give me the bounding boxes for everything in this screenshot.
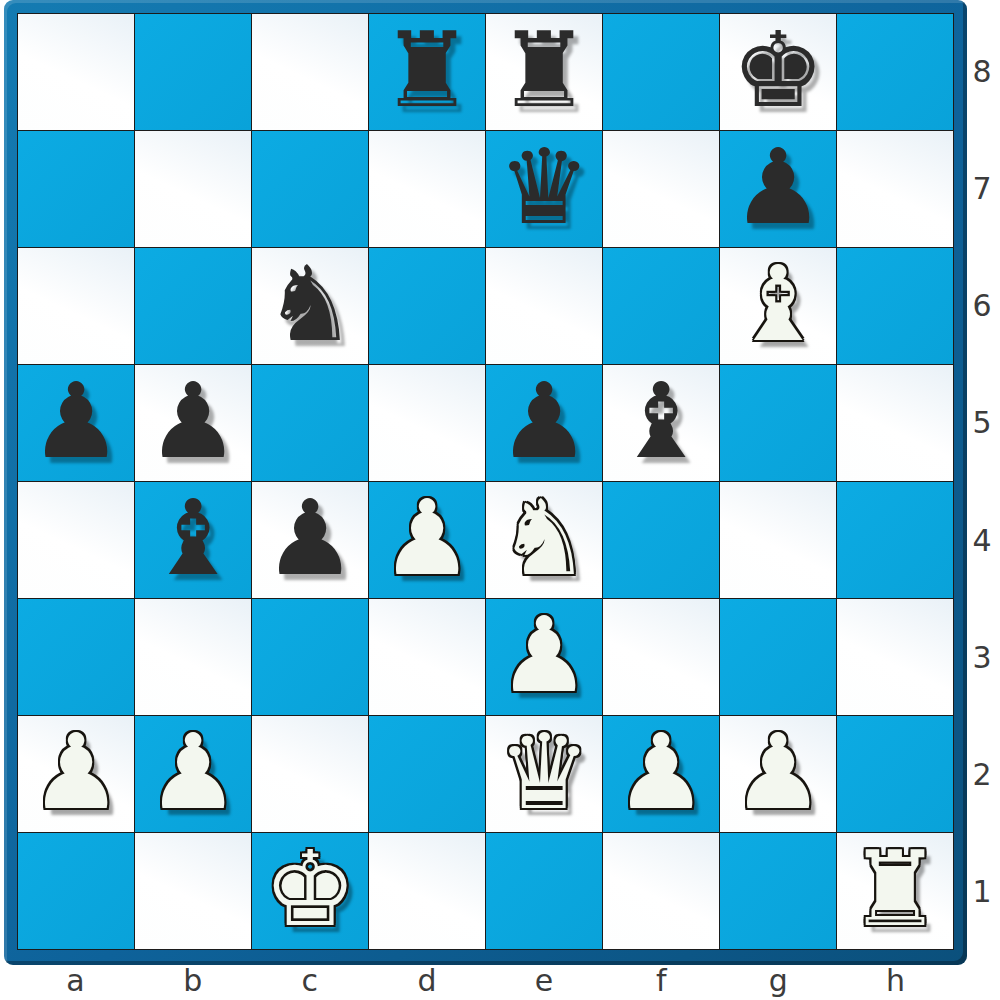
square-a2[interactable]: ♟ (18, 716, 134, 832)
square-b4[interactable]: ♝ (135, 482, 251, 598)
piece-black-pawn[interactable]: ♟ (497, 369, 590, 473)
square-g7[interactable]: ♟ (720, 131, 836, 247)
file-label-e: e (486, 960, 603, 1000)
square-b3[interactable] (135, 599, 251, 715)
square-a4[interactable] (18, 482, 134, 598)
square-f8[interactable] (603, 14, 719, 130)
piece-white-pawn[interactable]: ♟ (731, 720, 824, 824)
square-c8[interactable] (252, 14, 368, 130)
square-a5[interactable]: ♟ (18, 365, 134, 481)
square-d8[interactable]: ♜ (369, 14, 485, 130)
rank-labels: 87654321 (966, 13, 998, 950)
piece-white-pawn[interactable]: ♟ (146, 720, 239, 824)
square-f6[interactable] (603, 248, 719, 364)
rank-label-7: 7 (966, 130, 998, 247)
piece-black-bishop[interactable]: ♝ (146, 486, 239, 590)
square-c4[interactable]: ♟ (252, 482, 368, 598)
square-c2[interactable] (252, 716, 368, 832)
square-b8[interactable] (135, 14, 251, 130)
square-b1[interactable] (135, 833, 251, 949)
piece-white-king[interactable]: ♚ (263, 837, 356, 941)
square-d4[interactable]: ♟ (369, 482, 485, 598)
piece-black-queen[interactable]: ♛ (497, 135, 590, 239)
square-g6[interactable]: ♝ (720, 248, 836, 364)
piece-white-pawn[interactable]: ♟ (614, 720, 707, 824)
piece-black-pawn[interactable]: ♟ (29, 369, 122, 473)
square-g3[interactable] (720, 599, 836, 715)
piece-white-knight[interactable]: ♞ (497, 486, 590, 590)
square-b2[interactable]: ♟ (135, 716, 251, 832)
chess-board: ♜♜♚♛♟♞♝♟♟♟♝♝♟♟♞♟♟♟♛♟♟♚♜ (17, 13, 954, 950)
file-label-f: f (603, 960, 720, 1000)
square-c5[interactable] (252, 365, 368, 481)
square-e8[interactable]: ♜ (486, 14, 602, 130)
square-h4[interactable] (837, 482, 953, 598)
square-b7[interactable] (135, 131, 251, 247)
file-labels: abcdefgh (17, 960, 954, 1000)
square-f1[interactable] (603, 833, 719, 949)
piece-black-knight[interactable]: ♞ (263, 252, 356, 356)
file-label-d: d (368, 960, 485, 1000)
square-a6[interactable] (18, 248, 134, 364)
piece-black-pawn[interactable]: ♟ (146, 369, 239, 473)
piece-white-rook[interactable]: ♜ (848, 837, 941, 941)
square-a8[interactable] (18, 14, 134, 130)
square-b5[interactable]: ♟ (135, 365, 251, 481)
square-h5[interactable] (837, 365, 953, 481)
rank-label-2: 2 (966, 716, 998, 833)
square-f4[interactable] (603, 482, 719, 598)
square-h7[interactable] (837, 131, 953, 247)
square-e6[interactable] (486, 248, 602, 364)
square-e3[interactable]: ♟ (486, 599, 602, 715)
square-e2[interactable]: ♛ (486, 716, 602, 832)
square-c1[interactable]: ♚ (252, 833, 368, 949)
square-f2[interactable]: ♟ (603, 716, 719, 832)
file-label-b: b (134, 960, 251, 1000)
square-g2[interactable]: ♟ (720, 716, 836, 832)
square-f5[interactable]: ♝ (603, 365, 719, 481)
piece-white-pawn[interactable]: ♟ (29, 720, 122, 824)
square-a3[interactable] (18, 599, 134, 715)
piece-black-pawn[interactable]: ♟ (263, 486, 356, 590)
rank-label-4: 4 (966, 482, 998, 599)
square-f7[interactable] (603, 131, 719, 247)
file-label-g: g (720, 960, 837, 1000)
square-g1[interactable] (720, 833, 836, 949)
square-g8[interactable]: ♚ (720, 14, 836, 130)
square-h6[interactable] (837, 248, 953, 364)
square-a1[interactable] (18, 833, 134, 949)
piece-black-pawn[interactable]: ♟ (731, 135, 824, 239)
square-a7[interactable] (18, 131, 134, 247)
piece-black-rook[interactable]: ♜ (380, 18, 473, 122)
square-d1[interactable] (369, 833, 485, 949)
piece-white-bishop[interactable]: ♝ (731, 252, 824, 356)
rank-label-3: 3 (966, 599, 998, 716)
chess-diagram: ♜♜♚♛♟♞♝♟♟♟♝♝♟♟♞♟♟♟♛♟♟♚♜ abcdefgh 8765432… (0, 0, 1000, 1000)
square-h8[interactable] (837, 14, 953, 130)
piece-black-rook[interactable]: ♜ (497, 18, 590, 122)
square-c3[interactable] (252, 599, 368, 715)
rank-label-6: 6 (966, 247, 998, 364)
file-label-c: c (251, 960, 368, 1000)
rank-label-1: 1 (966, 833, 998, 950)
file-label-a: a (17, 960, 134, 1000)
piece-black-bishop[interactable]: ♝ (614, 369, 707, 473)
square-e4[interactable]: ♞ (486, 482, 602, 598)
square-d2[interactable] (369, 716, 485, 832)
square-f3[interactable] (603, 599, 719, 715)
square-e7[interactable]: ♛ (486, 131, 602, 247)
square-b6[interactable] (135, 248, 251, 364)
piece-white-pawn[interactable]: ♟ (497, 603, 590, 707)
rank-label-5: 5 (966, 364, 998, 481)
square-d3[interactable] (369, 599, 485, 715)
square-d7[interactable] (369, 131, 485, 247)
square-h2[interactable] (837, 716, 953, 832)
piece-white-queen[interactable]: ♛ (497, 720, 590, 824)
square-d5[interactable] (369, 365, 485, 481)
square-h3[interactable] (837, 599, 953, 715)
piece-black-king[interactable]: ♚ (731, 18, 824, 122)
square-c7[interactable] (252, 131, 368, 247)
file-label-h: h (837, 960, 954, 1000)
square-g4[interactable] (720, 482, 836, 598)
square-g5[interactable] (720, 365, 836, 481)
square-e1[interactable] (486, 833, 602, 949)
rank-label-8: 8 (966, 13, 998, 130)
square-d6[interactable] (369, 248, 485, 364)
square-h1[interactable]: ♜ (837, 833, 953, 949)
square-c6[interactable]: ♞ (252, 248, 368, 364)
square-e5[interactable]: ♟ (486, 365, 602, 481)
piece-white-pawn[interactable]: ♟ (380, 486, 473, 590)
